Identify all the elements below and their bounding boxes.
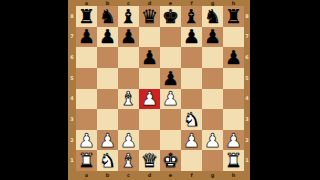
square-g3[interactable]: [202, 109, 223, 130]
square-a8[interactable]: ♜: [76, 6, 97, 27]
square-h7[interactable]: [223, 27, 244, 48]
square-c6[interactable]: [118, 47, 139, 68]
rank-label-left-5: 5: [68, 68, 76, 89]
piece-black-pawn-e5[interactable]: ♟: [162, 68, 179, 87]
file-label-bottom-b: b: [97, 171, 118, 180]
square-a1[interactable]: ♜: [76, 150, 97, 171]
square-d8[interactable]: ♛: [139, 6, 160, 27]
piece-black-king-e8[interactable]: ♚: [162, 6, 179, 25]
square-e3[interactable]: [160, 109, 181, 130]
square-b5[interactable]: [97, 68, 118, 89]
rank-labels-left: 87654321: [68, 6, 76, 171]
square-e8[interactable]: ♚: [160, 6, 181, 27]
square-f5[interactable]: [181, 68, 202, 89]
rank-label-right-7: 7: [244, 27, 250, 48]
piece-white-pawn-g2[interactable]: ♟: [204, 130, 221, 149]
square-d7[interactable]: [139, 27, 160, 48]
square-b2[interactable]: ♟: [97, 130, 118, 151]
square-g4[interactable]: [202, 89, 223, 110]
square-c2[interactable]: ♟: [118, 130, 139, 151]
square-d4[interactable]: ♟: [139, 89, 160, 110]
piece-black-pawn-f7[interactable]: ♟: [183, 27, 200, 46]
square-g2[interactable]: ♟: [202, 130, 223, 151]
square-c3[interactable]: [118, 109, 139, 130]
square-h1[interactable]: ♜: [223, 150, 244, 171]
square-c1[interactable]: ♝: [118, 150, 139, 171]
rank-label-right-3: 3: [244, 109, 250, 130]
piece-black-pawn-g7[interactable]: ♟: [204, 27, 221, 46]
square-b7[interactable]: ♟: [97, 27, 118, 48]
square-h5[interactable]: [223, 68, 244, 89]
square-h6[interactable]: ♟: [223, 47, 244, 68]
rank-label-right-6: 6: [244, 47, 250, 68]
square-b8[interactable]: ♞: [97, 6, 118, 27]
square-b4[interactable]: [97, 89, 118, 110]
piece-white-rook-a1[interactable]: ♜: [78, 151, 95, 170]
piece-white-pawn-f2[interactable]: ♟: [183, 130, 200, 149]
rank-label-left-6: 6: [68, 47, 76, 68]
square-h8[interactable]: ♜: [223, 6, 244, 27]
square-f6[interactable]: [181, 47, 202, 68]
square-b6[interactable]: [97, 47, 118, 68]
piece-white-pawn-e4[interactable]: ♟: [162, 89, 179, 108]
pillarbox-right: [250, 0, 320, 180]
rank-label-left-1: 1: [68, 150, 76, 171]
square-b1[interactable]: ♞: [97, 150, 118, 171]
board-grid: ♜♞♝♛♚♝♞♜♟♟♟♟♟♟♟♟♝♟♟♞♟♟♟♟♟♟♜♞♝♛♚♜: [76, 6, 244, 171]
rank-label-right-1: 1: [244, 150, 250, 171]
square-a2[interactable]: ♟: [76, 130, 97, 151]
square-a3[interactable]: [76, 109, 97, 130]
piece-black-pawn-h6[interactable]: ♟: [225, 48, 242, 67]
chess-board: abcdefgh abcdefgh 87654321 87654321 ♜♞♝♛…: [68, 0, 250, 180]
square-g8[interactable]: ♞: [202, 6, 223, 27]
square-f4[interactable]: [181, 89, 202, 110]
square-c5[interactable]: [118, 68, 139, 89]
piece-black-rook-h8[interactable]: ♜: [225, 6, 242, 25]
square-f2[interactable]: ♟: [181, 130, 202, 151]
piece-black-rook-a8[interactable]: ♜: [78, 6, 95, 25]
piece-white-king-e1[interactable]: ♚: [162, 151, 179, 170]
square-d2[interactable]: [139, 130, 160, 151]
rank-labels-right: 87654321: [244, 6, 250, 171]
video-frame: abcdefgh abcdefgh 87654321 87654321 ♜♞♝♛…: [0, 0, 320, 180]
square-a6[interactable]: [76, 47, 97, 68]
square-h3[interactable]: [223, 109, 244, 130]
square-d1[interactable]: ♛: [139, 150, 160, 171]
square-f3[interactable]: ♞: [181, 109, 202, 130]
square-c8[interactable]: ♝: [118, 6, 139, 27]
piece-black-pawn-c7[interactable]: ♟: [120, 27, 137, 46]
pillarbox-left: [0, 0, 68, 180]
file-label-bottom-d: d: [139, 171, 160, 180]
rank-label-left-7: 7: [68, 27, 76, 48]
rank-label-right-5: 5: [244, 68, 250, 89]
square-a4[interactable]: [76, 89, 97, 110]
square-a5[interactable]: [76, 68, 97, 89]
file-label-bottom-a: a: [76, 171, 97, 180]
square-g5[interactable]: [202, 68, 223, 89]
piece-black-pawn-a7[interactable]: ♟: [78, 27, 95, 46]
piece-white-pawn-a2[interactable]: ♟: [78, 130, 95, 149]
piece-black-queen-d8[interactable]: ♛: [141, 6, 158, 25]
piece-white-bishop-c4[interactable]: ♝: [120, 89, 137, 108]
square-d3[interactable]: [139, 109, 160, 130]
file-label-bottom-c: c: [118, 171, 139, 180]
file-labels-bottom: abcdefgh: [76, 171, 244, 180]
square-e7[interactable]: [160, 27, 181, 48]
piece-black-bishop-c8[interactable]: ♝: [120, 6, 137, 25]
file-label-bottom-h: h: [223, 171, 244, 180]
piece-white-pawn-d4[interactable]: ♟: [141, 89, 158, 108]
rank-label-left-4: 4: [68, 89, 76, 110]
square-d5[interactable]: [139, 68, 160, 89]
rank-label-left-8: 8: [68, 6, 76, 27]
square-c7[interactable]: ♟: [118, 27, 139, 48]
piece-black-knight-g8[interactable]: ♞: [204, 6, 221, 25]
piece-white-queen-d1[interactable]: ♛: [141, 151, 158, 170]
square-a7[interactable]: ♟: [76, 27, 97, 48]
piece-black-knight-b8[interactable]: ♞: [99, 6, 116, 25]
file-label-bottom-g: g: [202, 171, 223, 180]
square-e2[interactable]: [160, 130, 181, 151]
square-c4[interactable]: ♝: [118, 89, 139, 110]
square-f7[interactable]: ♟: [181, 27, 202, 48]
square-e5[interactable]: ♟: [160, 68, 181, 89]
piece-white-knight-b1[interactable]: ♞: [99, 151, 116, 170]
piece-white-knight-f3[interactable]: ♞: [183, 109, 200, 128]
rank-label-right-8: 8: [244, 6, 250, 27]
square-b3[interactable]: [97, 109, 118, 130]
square-e4[interactable]: ♟: [160, 89, 181, 110]
square-h2[interactable]: ♟: [223, 130, 244, 151]
square-g1[interactable]: [202, 150, 223, 171]
square-g6[interactable]: [202, 47, 223, 68]
square-h4[interactable]: [223, 89, 244, 110]
piece-white-rook-h1[interactable]: ♜: [225, 151, 242, 170]
square-e6[interactable]: [160, 47, 181, 68]
rank-label-left-2: 2: [68, 130, 76, 151]
file-label-bottom-f: f: [181, 171, 202, 180]
piece-white-pawn-b2[interactable]: ♟: [99, 130, 116, 149]
square-e1[interactable]: ♚: [160, 150, 181, 171]
square-f1[interactable]: [181, 150, 202, 171]
piece-white-pawn-c2[interactable]: ♟: [120, 130, 137, 149]
square-g7[interactable]: ♟: [202, 27, 223, 48]
rank-label-right-2: 2: [244, 130, 250, 151]
piece-white-pawn-h2[interactable]: ♟: [225, 130, 242, 149]
file-label-bottom-e: e: [160, 171, 181, 180]
rank-label-left-3: 3: [68, 109, 76, 130]
square-f8[interactable]: ♝: [181, 6, 202, 27]
piece-black-pawn-d6[interactable]: ♟: [141, 48, 158, 67]
rank-label-right-4: 4: [244, 89, 250, 110]
square-d6[interactable]: ♟: [139, 47, 160, 68]
piece-black-pawn-b7[interactable]: ♟: [99, 27, 116, 46]
piece-black-bishop-f8[interactable]: ♝: [183, 6, 200, 25]
piece-white-bishop-c1[interactable]: ♝: [120, 151, 137, 170]
